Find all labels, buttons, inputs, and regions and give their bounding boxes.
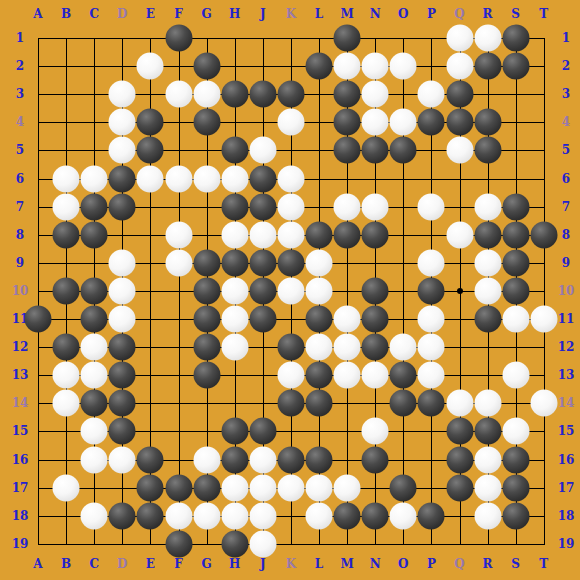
coord-label-left: 18 — [12, 509, 29, 523]
black-stone — [249, 418, 276, 445]
black-stone — [165, 25, 192, 52]
white-stone — [221, 334, 248, 361]
coord-label-bottom: N — [370, 557, 381, 571]
coord-label-left: 10 — [12, 284, 29, 298]
black-stone — [474, 137, 501, 164]
coord-label-right: 16 — [558, 453, 575, 467]
coord-label-bottom: G — [201, 557, 211, 571]
white-stone — [362, 53, 389, 80]
white-stone — [249, 530, 276, 557]
coord-label-right: 19 — [558, 537, 575, 551]
white-stone — [109, 277, 136, 304]
black-stone — [446, 446, 473, 473]
coord-label-bottom: J — [260, 557, 266, 571]
black-stone — [137, 137, 164, 164]
black-stone — [249, 193, 276, 220]
white-stone — [362, 81, 389, 108]
black-stone — [193, 277, 220, 304]
black-stone — [446, 418, 473, 445]
coord-label-left: 7 — [16, 200, 24, 214]
white-stone — [81, 334, 108, 361]
black-stone — [193, 334, 220, 361]
black-stone — [502, 193, 529, 220]
black-stone — [446, 109, 473, 136]
coord-label-right: 4 — [562, 115, 570, 129]
black-stone — [502, 53, 529, 80]
black-stone — [474, 306, 501, 333]
white-stone — [502, 362, 529, 389]
white-stone — [502, 306, 529, 333]
white-stone — [474, 193, 501, 220]
white-stone — [418, 306, 445, 333]
black-stone — [109, 193, 136, 220]
coord-label-left: 19 — [12, 537, 29, 551]
coord-label-bottom: A — [33, 557, 42, 571]
black-stone — [418, 109, 445, 136]
coord-label-right: 15 — [558, 424, 575, 438]
black-stone — [193, 474, 220, 501]
black-stone — [530, 221, 557, 248]
white-stone — [81, 502, 108, 529]
black-stone — [418, 390, 445, 417]
black-stone — [221, 446, 248, 473]
black-stone — [502, 221, 529, 248]
black-stone — [277, 334, 304, 361]
white-stone — [334, 53, 361, 80]
white-stone — [81, 362, 108, 389]
black-stone — [193, 53, 220, 80]
coord-label-left: 5 — [16, 143, 24, 157]
coord-label-bottom: P — [427, 557, 436, 571]
white-stone — [446, 390, 473, 417]
black-stone — [193, 362, 220, 389]
coord-label-left: 17 — [12, 481, 29, 495]
white-stone — [334, 334, 361, 361]
white-stone — [277, 193, 304, 220]
black-stone — [193, 306, 220, 333]
coord-label-bottom: Q — [454, 557, 464, 571]
white-stone — [193, 81, 220, 108]
coord-label-bottom: L — [315, 557, 323, 571]
white-stone — [221, 502, 248, 529]
white-stone — [474, 25, 501, 52]
white-stone — [446, 53, 473, 80]
coord-label-left: 6 — [16, 172, 24, 186]
white-stone — [109, 446, 136, 473]
black-stone — [137, 446, 164, 473]
white-stone — [53, 390, 80, 417]
white-stone — [362, 109, 389, 136]
black-stone — [334, 221, 361, 248]
coord-label-bottom: T — [539, 557, 548, 571]
white-stone — [446, 221, 473, 248]
coord-label-left: 16 — [12, 453, 29, 467]
coord-label-left: 15 — [12, 424, 29, 438]
coord-label-top: K — [286, 7, 296, 21]
black-stone — [137, 474, 164, 501]
black-stone — [362, 277, 389, 304]
black-stone — [249, 306, 276, 333]
white-stone — [502, 418, 529, 445]
white-stone — [193, 446, 220, 473]
white-stone — [193, 502, 220, 529]
coord-label-left: 9 — [16, 256, 24, 270]
black-stone — [277, 249, 304, 276]
black-stone — [249, 81, 276, 108]
black-stone — [137, 502, 164, 529]
coord-label-left: 2 — [16, 59, 24, 73]
black-stone — [334, 137, 361, 164]
black-stone — [109, 502, 136, 529]
coord-label-top: O — [398, 7, 408, 21]
black-stone — [362, 306, 389, 333]
white-stone — [530, 306, 557, 333]
coord-label-top: M — [340, 7, 353, 21]
coord-label-bottom: H — [229, 557, 240, 571]
black-stone — [446, 81, 473, 108]
black-stone — [109, 334, 136, 361]
white-stone — [418, 193, 445, 220]
black-stone — [502, 249, 529, 276]
white-stone — [306, 334, 333, 361]
coord-label-right: 18 — [558, 509, 575, 523]
white-stone — [334, 474, 361, 501]
white-stone — [334, 306, 361, 333]
white-stone — [334, 193, 361, 220]
coord-label-top: N — [370, 7, 381, 21]
white-stone — [474, 474, 501, 501]
coord-label-right: 14 — [558, 396, 575, 410]
black-stone — [249, 277, 276, 304]
white-stone — [137, 165, 164, 192]
coord-label-left: 13 — [12, 368, 29, 382]
white-stone — [53, 193, 80, 220]
white-stone — [306, 249, 333, 276]
coord-label-top: J — [260, 7, 266, 21]
black-stone — [109, 362, 136, 389]
black-stone — [109, 418, 136, 445]
black-stone — [474, 53, 501, 80]
black-stone — [502, 277, 529, 304]
black-stone — [165, 474, 192, 501]
coord-label-bottom: F — [174, 557, 183, 571]
black-stone — [390, 137, 417, 164]
black-stone — [306, 446, 333, 473]
white-stone — [249, 137, 276, 164]
white-stone — [277, 277, 304, 304]
go-board[interactable]: AABBCCDDEEFFGGHHJJKKLLMMNNOOPPQQRRSSTT11… — [0, 0, 580, 580]
white-stone — [109, 137, 136, 164]
coord-label-right: 5 — [562, 143, 570, 157]
black-stone — [362, 334, 389, 361]
black-stone — [306, 306, 333, 333]
black-stone — [362, 137, 389, 164]
coord-label-right: 12 — [558, 340, 575, 354]
white-stone — [165, 165, 192, 192]
white-stone — [334, 362, 361, 389]
white-stone — [53, 165, 80, 192]
white-stone — [362, 418, 389, 445]
black-stone — [502, 474, 529, 501]
black-stone — [193, 249, 220, 276]
coord-label-bottom: R — [483, 557, 493, 571]
black-stone — [249, 165, 276, 192]
coord-label-bottom: S — [511, 557, 520, 571]
black-stone — [502, 25, 529, 52]
black-stone — [221, 137, 248, 164]
black-stone — [193, 109, 220, 136]
white-stone — [277, 221, 304, 248]
coord-label-right: 11 — [558, 312, 575, 326]
black-stone — [474, 109, 501, 136]
white-stone — [137, 53, 164, 80]
black-stone — [137, 109, 164, 136]
white-stone — [306, 502, 333, 529]
black-stone — [81, 390, 108, 417]
black-stone — [334, 502, 361, 529]
white-stone — [277, 165, 304, 192]
black-stone — [53, 277, 80, 304]
white-stone — [418, 362, 445, 389]
coord-label-top: H — [229, 7, 240, 21]
coord-label-right: 2 — [562, 59, 570, 73]
white-stone — [277, 362, 304, 389]
black-stone — [306, 390, 333, 417]
coord-label-bottom: K — [286, 557, 296, 571]
white-stone — [81, 418, 108, 445]
coord-label-left: 3 — [16, 87, 24, 101]
coord-label-right: 6 — [562, 172, 570, 186]
black-stone — [25, 306, 52, 333]
black-stone — [334, 109, 361, 136]
coord-label-bottom: B — [61, 557, 71, 571]
white-stone — [221, 165, 248, 192]
coord-label-bottom: M — [340, 557, 353, 571]
white-stone — [221, 474, 248, 501]
coord-label-left: 1 — [16, 31, 24, 45]
star-point — [457, 288, 463, 294]
white-stone — [362, 193, 389, 220]
coord-label-top: S — [511, 7, 520, 21]
white-stone — [277, 109, 304, 136]
black-stone — [474, 418, 501, 445]
black-stone — [221, 81, 248, 108]
coord-label-top: G — [201, 7, 211, 21]
black-stone — [362, 221, 389, 248]
white-stone — [109, 306, 136, 333]
white-stone — [249, 221, 276, 248]
black-stone — [418, 502, 445, 529]
white-stone — [165, 249, 192, 276]
white-stone — [362, 362, 389, 389]
black-stone — [277, 446, 304, 473]
white-stone — [165, 221, 192, 248]
coord-label-left: 8 — [16, 228, 24, 242]
coord-label-top: B — [61, 7, 71, 21]
white-stone — [474, 390, 501, 417]
black-stone — [306, 53, 333, 80]
coord-label-left: 4 — [16, 115, 24, 129]
black-stone — [502, 502, 529, 529]
black-stone — [53, 221, 80, 248]
black-stone — [81, 221, 108, 248]
black-stone — [53, 334, 80, 361]
black-stone — [390, 390, 417, 417]
white-stone — [390, 53, 417, 80]
black-stone — [277, 390, 304, 417]
white-stone — [81, 165, 108, 192]
white-stone — [474, 446, 501, 473]
coord-label-top: Q — [454, 7, 464, 21]
black-stone — [390, 474, 417, 501]
black-stone — [221, 530, 248, 557]
white-stone — [390, 502, 417, 529]
white-stone — [53, 474, 80, 501]
coord-label-right: 17 — [558, 481, 575, 495]
white-stone — [221, 277, 248, 304]
white-stone — [109, 109, 136, 136]
black-stone — [306, 221, 333, 248]
white-stone — [474, 277, 501, 304]
white-stone — [81, 446, 108, 473]
black-stone — [221, 418, 248, 445]
black-stone — [362, 502, 389, 529]
white-stone — [249, 446, 276, 473]
white-stone — [277, 474, 304, 501]
black-stone — [390, 362, 417, 389]
white-stone — [165, 502, 192, 529]
white-stone — [109, 249, 136, 276]
coord-label-top: R — [483, 7, 493, 21]
white-stone — [221, 221, 248, 248]
black-stone — [249, 249, 276, 276]
coord-label-left: 12 — [12, 340, 29, 354]
black-stone — [474, 221, 501, 248]
white-stone — [390, 334, 417, 361]
coord-label-bottom: O — [398, 557, 408, 571]
white-stone — [306, 277, 333, 304]
black-stone — [334, 25, 361, 52]
black-stone — [334, 81, 361, 108]
coord-label-top: A — [33, 7, 42, 21]
black-stone — [109, 165, 136, 192]
black-stone — [221, 193, 248, 220]
white-stone — [249, 474, 276, 501]
white-stone — [109, 81, 136, 108]
black-stone — [109, 390, 136, 417]
white-stone — [418, 249, 445, 276]
coord-label-right: 9 — [562, 256, 570, 270]
white-stone — [193, 165, 220, 192]
coord-label-top: L — [315, 7, 323, 21]
black-stone — [362, 446, 389, 473]
coord-label-right: 7 — [562, 200, 570, 214]
black-stone — [81, 277, 108, 304]
white-stone — [530, 390, 557, 417]
white-stone — [446, 137, 473, 164]
black-stone — [165, 530, 192, 557]
coord-label-top: F — [174, 7, 183, 21]
coord-label-top: P — [427, 7, 436, 21]
black-stone — [81, 306, 108, 333]
white-stone — [418, 81, 445, 108]
coord-label-left: 14 — [12, 396, 29, 410]
white-stone — [306, 474, 333, 501]
black-stone — [502, 446, 529, 473]
coord-label-bottom: E — [146, 557, 155, 571]
white-stone — [165, 81, 192, 108]
black-stone — [446, 474, 473, 501]
coord-label-right: 10 — [558, 284, 575, 298]
coord-label-right: 3 — [562, 87, 570, 101]
white-stone — [390, 109, 417, 136]
black-stone — [418, 277, 445, 304]
black-stone — [277, 81, 304, 108]
coord-label-right: 1 — [562, 31, 570, 45]
black-stone — [81, 193, 108, 220]
white-stone — [418, 334, 445, 361]
coord-label-right: 13 — [558, 368, 575, 382]
white-stone — [53, 362, 80, 389]
white-stone — [446, 25, 473, 52]
white-stone — [249, 502, 276, 529]
black-stone — [221, 249, 248, 276]
coord-label-bottom: D — [117, 557, 127, 571]
white-stone — [221, 306, 248, 333]
coord-label-top: T — [539, 7, 548, 21]
black-stone — [306, 362, 333, 389]
coord-label-top: D — [117, 7, 127, 21]
coord-label-top: C — [89, 7, 99, 21]
coord-label-right: 8 — [562, 228, 570, 242]
white-stone — [474, 502, 501, 529]
coord-label-top: E — [146, 7, 155, 21]
white-stone — [474, 249, 501, 276]
coord-label-bottom: C — [89, 557, 99, 571]
